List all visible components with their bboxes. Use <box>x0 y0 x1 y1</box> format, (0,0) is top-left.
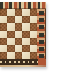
square-r7c3 <box>15 52 22 59</box>
square-r3c3 <box>15 23 22 30</box>
photo-background <box>0 0 75 75</box>
square-r6c1 <box>0 45 7 52</box>
square-r2c5 <box>30 16 37 23</box>
board-border-right-mosaic <box>37 9 46 59</box>
square-r6c5 <box>30 45 37 52</box>
square-r6c4 <box>22 45 29 52</box>
square-r1c4 <box>22 9 29 16</box>
square-r6c3 <box>15 45 22 52</box>
square-r1c5 <box>30 9 37 16</box>
square-r1c3 <box>15 9 22 16</box>
square-r2c3 <box>15 16 22 23</box>
board-grid <box>0 9 37 59</box>
square-r5c4 <box>22 38 29 45</box>
chessboard-photo <box>0 2 46 67</box>
square-r3c1 <box>0 23 7 30</box>
square-r6c2 <box>7 45 14 52</box>
square-r1c2 <box>7 9 14 16</box>
square-r3c5 <box>30 23 37 30</box>
square-r2c2 <box>7 16 14 23</box>
square-r7c5 <box>30 52 37 59</box>
board-bottom-edge <box>0 65 46 67</box>
square-r3c4 <box>22 23 29 30</box>
square-r7c4 <box>22 52 29 59</box>
square-r4c1 <box>0 31 7 38</box>
square-r5c5 <box>30 38 37 45</box>
square-r4c4 <box>22 31 29 38</box>
square-r4c5 <box>30 31 37 38</box>
board-middle <box>0 9 46 59</box>
square-r7c2 <box>7 52 14 59</box>
square-r4c2 <box>7 31 14 38</box>
square-r1c1 <box>0 9 7 16</box>
square-r5c2 <box>7 38 14 45</box>
square-r5c3 <box>15 38 22 45</box>
square-r3c2 <box>7 23 14 30</box>
square-r4c3 <box>15 31 22 38</box>
square-r2c4 <box>22 16 29 23</box>
board-border-top-mosaic <box>0 2 46 9</box>
square-r2c1 <box>0 16 7 23</box>
square-r5c1 <box>0 38 7 45</box>
square-r7c1 <box>0 52 7 59</box>
